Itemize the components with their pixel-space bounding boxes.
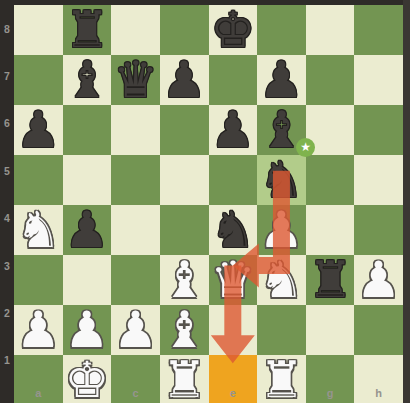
piece-white-rook[interactable]: ♜: [162, 355, 207, 403]
piece-white-queen[interactable]: ♛: [210, 255, 255, 305]
square-b8[interactable]: ♜: [63, 5, 112, 55]
square-d5[interactable]: [160, 155, 209, 205]
square-d7[interactable]: ♟: [160, 55, 209, 105]
square-g2[interactable]: [306, 305, 355, 355]
square-e8[interactable]: ♚: [209, 5, 258, 55]
square-a5[interactable]: [14, 155, 63, 205]
piece-black-knight[interactable]: ♞: [259, 155, 304, 205]
square-e3[interactable]: ♛: [209, 255, 258, 305]
rank-label-5: 5: [0, 147, 14, 194]
rank-label-1: 1: [0, 337, 14, 384]
piece-black-bishop[interactable]: ♝: [259, 105, 304, 155]
square-c5[interactable]: [111, 155, 160, 205]
piece-black-pawn[interactable]: ♟: [162, 55, 207, 105]
square-g7[interactable]: [306, 55, 355, 105]
square-h3[interactable]: ♟: [354, 255, 403, 305]
piece-white-pawn[interactable]: ♟: [259, 205, 304, 255]
square-f3[interactable]: ♞: [257, 255, 306, 305]
square-f4[interactable]: ♟: [257, 205, 306, 255]
piece-white-bishop[interactable]: ♝: [162, 255, 207, 305]
square-d1[interactable]: ♜: [160, 355, 209, 403]
square-h4[interactable]: [354, 205, 403, 255]
rank-labels: 87654321: [0, 5, 14, 384]
square-b4[interactable]: ♟: [63, 205, 112, 255]
chess-board[interactable]: ♜♚♝♛♟♟♟♟♝♞♞♟♞♟♝♛♞♜♟♟♟♟♝♚♜♜★: [14, 5, 403, 384]
piece-black-king[interactable]: ♚: [210, 5, 255, 55]
piece-white-knight[interactable]: ♞: [16, 205, 61, 255]
piece-white-king[interactable]: ♚: [65, 355, 110, 403]
file-label-c: c: [111, 384, 160, 403]
square-c3[interactable]: [111, 255, 160, 305]
file-label-a: a: [14, 384, 63, 403]
square-a2[interactable]: ♟: [14, 305, 63, 355]
rank-label-7: 7: [0, 52, 14, 99]
piece-black-rook[interactable]: ♜: [308, 255, 353, 305]
rank-label-4: 4: [0, 195, 14, 242]
piece-white-pawn[interactable]: ♟: [65, 305, 110, 355]
square-b5[interactable]: [63, 155, 112, 205]
square-c7[interactable]: ♛: [111, 55, 160, 105]
rank-label-6: 6: [0, 100, 14, 147]
piece-black-pawn[interactable]: ♟: [210, 105, 255, 155]
piece-black-pawn[interactable]: ♟: [65, 205, 110, 255]
square-e2[interactable]: [209, 305, 258, 355]
square-f6[interactable]: ♝: [257, 105, 306, 155]
square-h6[interactable]: [354, 105, 403, 155]
square-d2[interactable]: ♝: [160, 305, 209, 355]
square-a4[interactable]: ♞: [14, 205, 63, 255]
square-g5[interactable]: [306, 155, 355, 205]
file-label-g: g: [306, 384, 355, 403]
square-c2[interactable]: ♟: [111, 305, 160, 355]
square-g6[interactable]: [306, 105, 355, 155]
file-label-e: e: [209, 384, 258, 403]
square-g8[interactable]: [306, 5, 355, 55]
square-h5[interactable]: [354, 155, 403, 205]
piece-black-bishop[interactable]: ♝: [65, 55, 110, 105]
piece-black-queen[interactable]: ♛: [113, 55, 158, 105]
square-g4[interactable]: [306, 205, 355, 255]
square-h7[interactable]: [354, 55, 403, 105]
square-b3[interactable]: [63, 255, 112, 305]
square-d3[interactable]: ♝: [160, 255, 209, 305]
square-f2[interactable]: [257, 305, 306, 355]
piece-white-knight[interactable]: ♞: [259, 255, 304, 305]
square-e5[interactable]: [209, 155, 258, 205]
square-e6[interactable]: ♟: [209, 105, 258, 155]
square-f8[interactable]: [257, 5, 306, 55]
square-c8[interactable]: [111, 5, 160, 55]
piece-black-pawn[interactable]: ♟: [16, 105, 61, 155]
chess-analysis-board-window: 87654321 ♜♚♝♛♟♟♟♟♝♞♞♟♞♟♝♛♞♜♟♟♟♟♝♚♜♜★ abc…: [0, 0, 410, 403]
board-right-border: [403, 0, 410, 403]
square-b2[interactable]: ♟: [63, 305, 112, 355]
square-a8[interactable]: [14, 5, 63, 55]
piece-white-pawn[interactable]: ♟: [16, 305, 61, 355]
rank-label-3: 3: [0, 242, 14, 289]
square-g3[interactable]: ♜: [306, 255, 355, 305]
square-h2[interactable]: [354, 305, 403, 355]
piece-black-pawn[interactable]: ♟: [259, 55, 304, 105]
rank-label-8: 8: [0, 5, 14, 52]
square-a3[interactable]: [14, 255, 63, 305]
square-d8[interactable]: [160, 5, 209, 55]
square-h8[interactable]: [354, 5, 403, 55]
piece-white-pawn[interactable]: ♟: [356, 255, 401, 305]
piece-black-rook[interactable]: ♜: [65, 5, 110, 55]
square-b7[interactable]: ♝: [63, 55, 112, 105]
square-b6[interactable]: [63, 105, 112, 155]
piece-white-rook[interactable]: ♜: [259, 355, 304, 403]
square-e7[interactable]: [209, 55, 258, 105]
square-f7[interactable]: ♟: [257, 55, 306, 105]
piece-black-knight[interactable]: ♞: [210, 205, 255, 255]
square-d6[interactable]: [160, 105, 209, 155]
square-f5[interactable]: ♞: [257, 155, 306, 205]
square-a7[interactable]: [14, 55, 63, 105]
square-f1[interactable]: ♜: [257, 355, 306, 403]
square-c4[interactable]: [111, 205, 160, 255]
piece-white-bishop[interactable]: ♝: [162, 305, 207, 355]
square-b1[interactable]: ♚: [63, 355, 112, 403]
square-a6[interactable]: ♟: [14, 105, 63, 155]
square-d4[interactable]: [160, 205, 209, 255]
square-c6[interactable]: [111, 105, 160, 155]
file-label-h: h: [354, 384, 403, 403]
rank-label-2: 2: [0, 289, 14, 336]
square-e4[interactable]: ♞: [209, 205, 258, 255]
piece-white-pawn[interactable]: ♟: [113, 305, 158, 355]
